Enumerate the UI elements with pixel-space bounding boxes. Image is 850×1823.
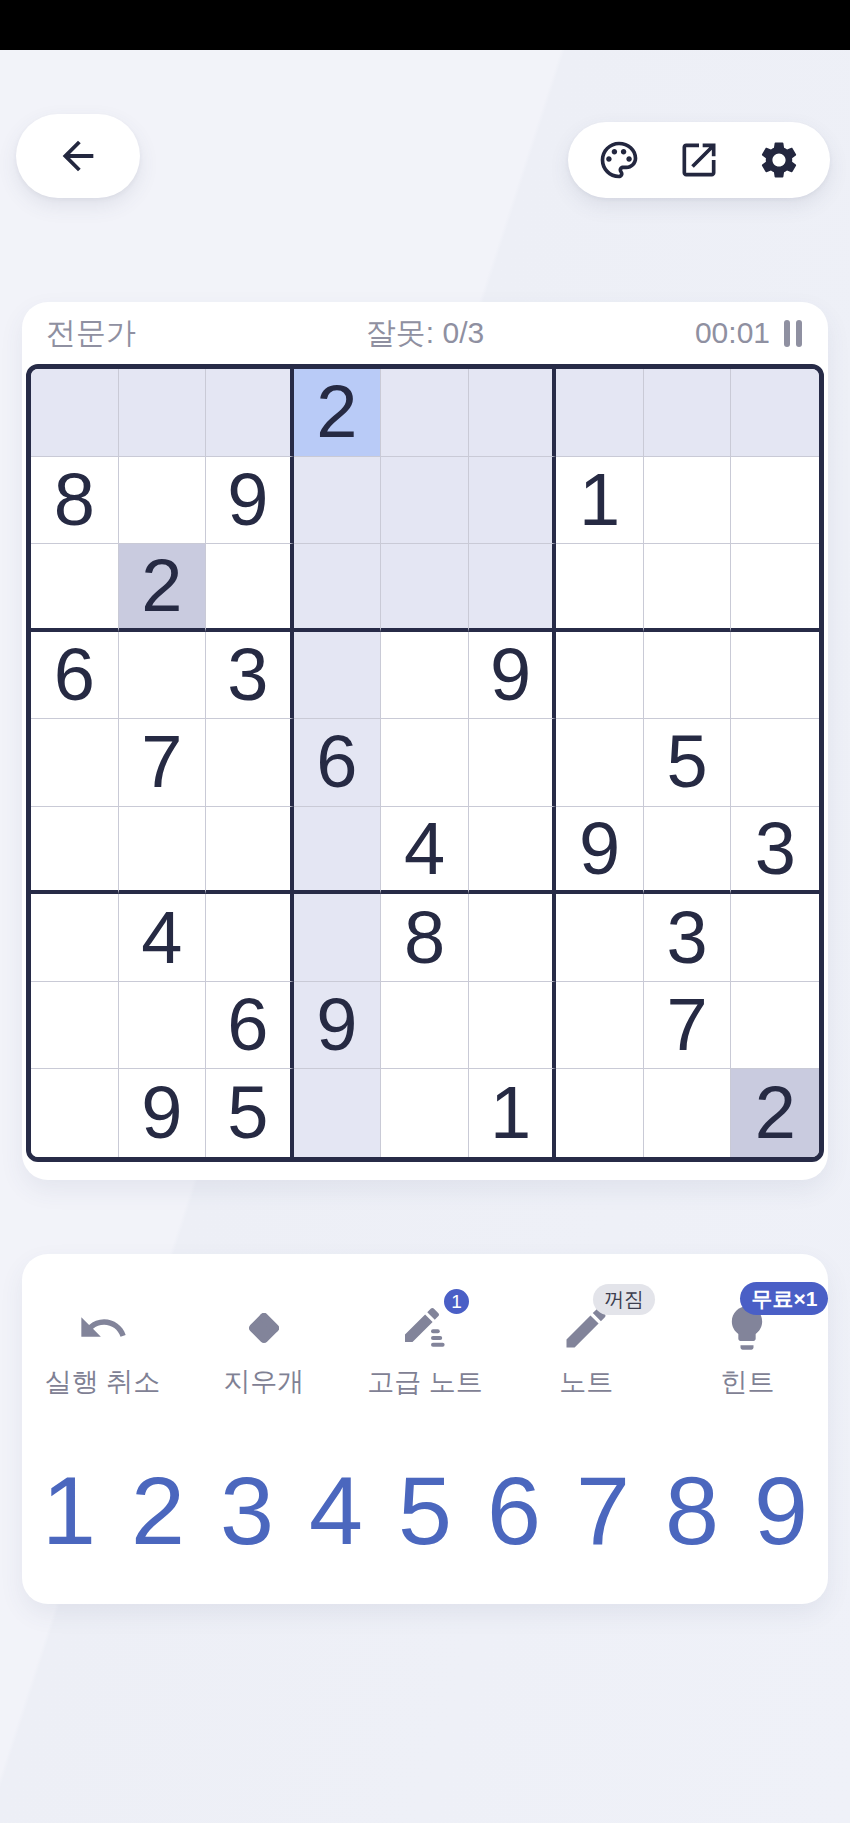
cell-r3c3[interactable]	[206, 544, 294, 632]
cell-r5c7[interactable]	[556, 719, 644, 807]
back-button[interactable]	[16, 114, 140, 198]
tool-hint-label: 힌트	[720, 1364, 774, 1400]
cell-r1c5[interactable]	[381, 369, 469, 457]
cell-r6c2[interactable]	[119, 807, 207, 895]
cell-r8c8[interactable]: 7	[644, 982, 732, 1070]
cell-r9c2[interactable]: 9	[119, 1069, 207, 1157]
cell-r4c2[interactable]	[119, 632, 207, 720]
cell-r9c9[interactable]: 2	[731, 1069, 819, 1157]
cell-r8c5[interactable]	[381, 982, 469, 1070]
keypad-4[interactable]: 4	[303, 1462, 369, 1559]
cell-r4c3[interactable]: 3	[206, 632, 294, 720]
sudoku-grid: 289126397654934836979512	[26, 364, 824, 1162]
cell-r9c8[interactable]	[644, 1069, 732, 1157]
status-bar	[0, 0, 850, 50]
cell-r2c2[interactable]	[119, 457, 207, 545]
tool-notes-badge: 꺼짐	[593, 1284, 655, 1315]
cell-r1c2[interactable]	[119, 369, 207, 457]
cell-r5c6[interactable]	[469, 719, 557, 807]
cell-r4c8[interactable]	[644, 632, 732, 720]
open-in-new-icon[interactable]	[677, 138, 721, 182]
cell-r1c8[interactable]	[644, 369, 732, 457]
tool-hint[interactable]: 무료×1힌트	[667, 1296, 828, 1400]
cell-r8c4[interactable]: 9	[294, 982, 382, 1070]
keypad-2[interactable]: 2	[125, 1462, 191, 1559]
cell-r5c2[interactable]: 7	[119, 719, 207, 807]
cell-r7c4[interactable]	[294, 894, 382, 982]
cell-r2c3[interactable]: 9	[206, 457, 294, 545]
cell-r5c3[interactable]	[206, 719, 294, 807]
cell-r8c2[interactable]	[119, 982, 207, 1070]
cell-r9c1[interactable]	[31, 1069, 119, 1157]
cell-r8c7[interactable]	[556, 982, 644, 1070]
cell-r7c8[interactable]: 3	[644, 894, 732, 982]
cell-r2c8[interactable]	[644, 457, 732, 545]
tool-eraser[interactable]: 지우개	[183, 1296, 344, 1400]
cell-r6c5[interactable]: 4	[381, 807, 469, 895]
timer-value: 00:01	[695, 316, 770, 350]
cell-r2c1[interactable]: 8	[31, 457, 119, 545]
tool-advanced-notes[interactable]: 1고급 노트	[344, 1296, 505, 1400]
cell-r6c9[interactable]: 3	[731, 807, 819, 895]
cell-r7c6[interactable]	[469, 894, 557, 982]
cell-r1c3[interactable]	[206, 369, 294, 457]
tool-advanced-notes-label: 고급 노트	[367, 1364, 483, 1400]
cell-r6c1[interactable]	[31, 807, 119, 895]
keypad-8[interactable]: 8	[659, 1462, 725, 1559]
cell-r1c7[interactable]	[556, 369, 644, 457]
cell-r9c4[interactable]	[294, 1069, 382, 1157]
cell-r6c7[interactable]: 9	[556, 807, 644, 895]
cell-r6c6[interactable]	[469, 807, 557, 895]
tool-eraser-label: 지우개	[223, 1364, 304, 1400]
cell-r5c1[interactable]	[31, 719, 119, 807]
keypad-9[interactable]: 9	[748, 1462, 814, 1559]
board-header: 전문가 잘못: 0/3 00:01	[22, 302, 828, 364]
tool-hint-badge: 무료×1	[740, 1282, 828, 1315]
topbar-actions	[568, 122, 830, 198]
tools-row: 실행 취소지우개1고급 노트꺼짐노트무료×1힌트	[22, 1296, 828, 1400]
cell-r3c1[interactable]	[31, 544, 119, 632]
cell-r2c9[interactable]	[731, 457, 819, 545]
cell-r3c8[interactable]	[644, 544, 732, 632]
cell-r4c4[interactable]	[294, 632, 382, 720]
cell-r4c6[interactable]: 9	[469, 632, 557, 720]
cell-r5c9[interactable]	[731, 719, 819, 807]
keypad-7[interactable]: 7	[570, 1462, 636, 1559]
cell-r1c4[interactable]: 2	[294, 369, 382, 457]
tool-notes[interactable]: 꺼짐노트	[506, 1296, 667, 1400]
board-card: 전문가 잘못: 0/3 00:01 2891263976549348369795…	[22, 302, 828, 1180]
keypad-6[interactable]: 6	[481, 1462, 547, 1559]
arrow-left-icon	[55, 133, 101, 179]
cell-r5c8[interactable]: 5	[644, 719, 732, 807]
app-screen: 전문가 잘못: 0/3 00:01 2891263976549348369795…	[0, 0, 850, 1823]
cell-r2c6[interactable]	[469, 457, 557, 545]
pencil-icon: 꺼짐	[551, 1296, 621, 1354]
keypad-5[interactable]: 5	[392, 1462, 458, 1559]
tool-notes-label: 노트	[559, 1364, 613, 1400]
cell-r6c8[interactable]	[644, 807, 732, 895]
gear-icon[interactable]	[757, 138, 801, 182]
cell-r1c9[interactable]	[731, 369, 819, 457]
cell-r3c7[interactable]	[556, 544, 644, 632]
cell-r4c9[interactable]	[731, 632, 819, 720]
cell-r9c6[interactable]: 1	[469, 1069, 557, 1157]
cell-r3c9[interactable]	[731, 544, 819, 632]
cell-r2c5[interactable]	[381, 457, 469, 545]
cell-r3c4[interactable]	[294, 544, 382, 632]
difficulty-label: 전문가	[46, 313, 136, 354]
eraser-icon	[229, 1296, 299, 1354]
cell-r8c1[interactable]	[31, 982, 119, 1070]
bulb-icon: 무료×1	[712, 1296, 782, 1354]
cell-r3c6[interactable]	[469, 544, 557, 632]
cell-r4c7[interactable]	[556, 632, 644, 720]
cell-r2c7[interactable]: 1	[556, 457, 644, 545]
keypad-3[interactable]: 3	[214, 1462, 280, 1559]
cell-r7c3[interactable]	[206, 894, 294, 982]
cell-r5c5[interactable]	[381, 719, 469, 807]
cell-r8c6[interactable]	[469, 982, 557, 1070]
cell-r4c1[interactable]: 6	[31, 632, 119, 720]
tool-advanced-notes-badge: 1	[441, 1286, 472, 1317]
cell-r7c9[interactable]	[731, 894, 819, 982]
cell-r7c5[interactable]: 8	[381, 894, 469, 982]
undo-icon	[68, 1296, 138, 1354]
number-pad: 123456789	[36, 1430, 814, 1590]
cell-r5c4[interactable]: 6	[294, 719, 382, 807]
cell-r9c7[interactable]	[556, 1069, 644, 1157]
cell-r8c3[interactable]: 6	[206, 982, 294, 1070]
cell-r7c1[interactable]	[31, 894, 119, 982]
cell-r9c5[interactable]	[381, 1069, 469, 1157]
cell-r7c7[interactable]	[556, 894, 644, 982]
cell-r1c1[interactable]	[31, 369, 119, 457]
cell-r8c9[interactable]	[731, 982, 819, 1070]
cell-r3c5[interactable]	[381, 544, 469, 632]
cell-r6c3[interactable]	[206, 807, 294, 895]
cell-r1c6[interactable]	[469, 369, 557, 457]
pause-icon[interactable]	[782, 318, 804, 349]
keypad-1[interactable]: 1	[36, 1462, 102, 1559]
cell-r3c2[interactable]: 2	[119, 544, 207, 632]
tool-undo-label: 실행 취소	[45, 1364, 161, 1400]
cell-r9c3[interactable]: 5	[206, 1069, 294, 1157]
tool-undo[interactable]: 실행 취소	[22, 1296, 183, 1400]
controls-card: 실행 취소지우개1고급 노트꺼짐노트무료×1힌트 123456789	[22, 1254, 828, 1604]
palette-icon[interactable]	[597, 138, 641, 182]
cell-r6c4[interactable]	[294, 807, 382, 895]
cell-r7c2[interactable]: 4	[119, 894, 207, 982]
pencil-list-icon: 1	[390, 1296, 460, 1354]
cell-r2c4[interactable]	[294, 457, 382, 545]
cell-r4c5[interactable]	[381, 632, 469, 720]
